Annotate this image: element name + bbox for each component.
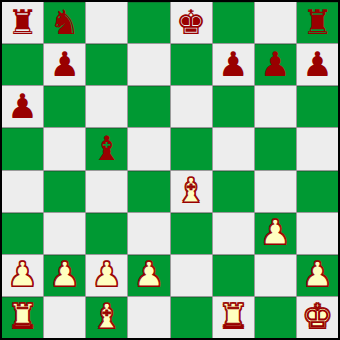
square-b4[interactable] [44,171,85,212]
square-a1[interactable]: ♜ [2,297,43,338]
square-b8[interactable]: ♞ [44,2,85,43]
square-f5[interactable] [213,128,254,169]
square-g2[interactable] [255,255,296,296]
square-b3[interactable] [44,213,85,254]
chess-board: ♜♞♚♜♟♟♟♟♟♝♝♟♟♟♟♟♟♜♝♜♚ [2,2,338,338]
square-b7[interactable]: ♟ [44,44,85,85]
square-c8[interactable] [86,2,127,43]
square-f7[interactable]: ♟ [213,44,254,85]
white-pawn-piece[interactable]: ♟ [92,257,122,291]
square-b6[interactable] [44,86,85,127]
square-g7[interactable]: ♟ [255,44,296,85]
square-b1[interactable] [44,297,85,338]
square-g3[interactable]: ♟ [255,213,296,254]
square-c1[interactable]: ♝ [86,297,127,338]
white-pawn-piece[interactable]: ♟ [260,215,290,249]
black-bishop-piece[interactable]: ♝ [92,131,122,165]
square-d8[interactable] [128,2,169,43]
square-c2[interactable]: ♟ [86,255,127,296]
black-rook-piece[interactable]: ♜ [7,5,37,39]
black-rook-piece[interactable]: ♜ [302,5,332,39]
black-pawn-piece[interactable]: ♟ [7,89,37,123]
square-d7[interactable] [128,44,169,85]
square-f6[interactable] [213,86,254,127]
square-h1[interactable]: ♚ [297,297,338,338]
square-d2[interactable]: ♟ [128,255,169,296]
square-e5[interactable] [171,128,212,169]
white-pawn-piece[interactable]: ♟ [134,257,164,291]
square-g5[interactable] [255,128,296,169]
white-rook-piece[interactable]: ♜ [7,299,37,333]
square-e1[interactable] [171,297,212,338]
white-rook-piece[interactable]: ♜ [218,299,248,333]
square-e2[interactable] [171,255,212,296]
black-pawn-piece[interactable]: ♟ [260,47,290,81]
square-f8[interactable] [213,2,254,43]
square-d4[interactable] [128,171,169,212]
square-e4[interactable]: ♝ [171,171,212,212]
square-h5[interactable] [297,128,338,169]
square-d5[interactable] [128,128,169,169]
square-f3[interactable] [213,213,254,254]
square-b5[interactable] [44,128,85,169]
square-g6[interactable] [255,86,296,127]
square-h7[interactable]: ♟ [297,44,338,85]
square-a3[interactable] [2,213,43,254]
square-b2[interactable]: ♟ [44,255,85,296]
white-pawn-piece[interactable]: ♟ [7,257,37,291]
square-a2[interactable]: ♟ [2,255,43,296]
black-pawn-piece[interactable]: ♟ [218,47,248,81]
square-c3[interactable] [86,213,127,254]
chess-board-frame: ♜♞♚♜♟♟♟♟♟♝♝♟♟♟♟♟♟♜♝♜♚ [0,0,340,340]
white-pawn-piece[interactable]: ♟ [49,257,79,291]
black-pawn-piece[interactable]: ♟ [49,47,79,81]
square-e8[interactable]: ♚ [171,2,212,43]
square-a5[interactable] [2,128,43,169]
black-knight-piece[interactable]: ♞ [49,5,79,39]
white-king-piece[interactable]: ♚ [302,299,332,333]
square-c7[interactable] [86,44,127,85]
square-h2[interactable]: ♟ [297,255,338,296]
white-pawn-piece[interactable]: ♟ [302,257,332,291]
square-h6[interactable] [297,86,338,127]
square-d6[interactable] [128,86,169,127]
square-d3[interactable] [128,213,169,254]
white-bishop-piece[interactable]: ♝ [176,173,206,207]
black-pawn-piece[interactable]: ♟ [302,47,332,81]
black-king-piece[interactable]: ♚ [176,5,206,39]
square-f2[interactable] [213,255,254,296]
square-c6[interactable] [86,86,127,127]
square-a6[interactable]: ♟ [2,86,43,127]
square-e3[interactable] [171,213,212,254]
white-bishop-piece[interactable]: ♝ [92,299,122,333]
square-h4[interactable] [297,171,338,212]
square-h8[interactable]: ♜ [297,2,338,43]
square-f4[interactable] [213,171,254,212]
square-a8[interactable]: ♜ [2,2,43,43]
square-f1[interactable]: ♜ [213,297,254,338]
square-a4[interactable] [2,171,43,212]
square-g1[interactable] [255,297,296,338]
square-e7[interactable] [171,44,212,85]
square-h3[interactable] [297,213,338,254]
square-e6[interactable] [171,86,212,127]
square-d1[interactable] [128,297,169,338]
square-c4[interactable] [86,171,127,212]
square-a7[interactable] [2,44,43,85]
square-g4[interactable] [255,171,296,212]
square-c5[interactable]: ♝ [86,128,127,169]
square-g8[interactable] [255,2,296,43]
